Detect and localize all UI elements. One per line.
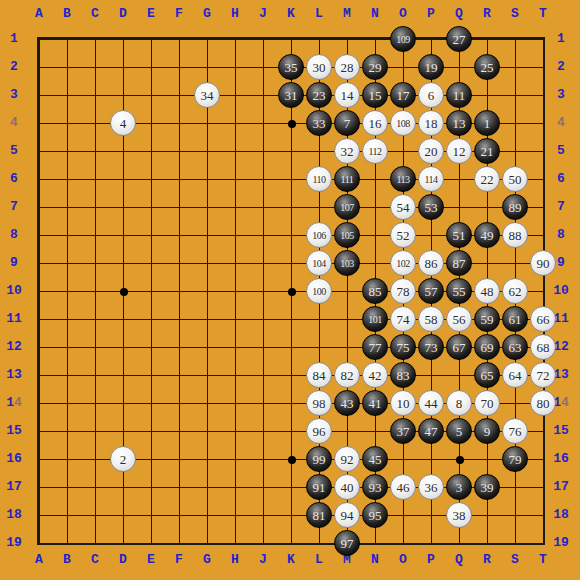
black-stone-11: 11 [446,82,472,108]
col-label-top-G: G [196,6,218,22]
white-stone-84: 84 [306,362,332,388]
white-stone-36: 36 [418,474,444,500]
col-label-bottom-Q: Q [448,552,470,568]
black-stone-25: 25 [474,54,500,80]
white-stone-90: 90 [530,250,556,276]
row-label-right-18: 18 [547,507,575,523]
col-label-bottom-R: R [476,552,498,568]
row-label-right-15: 15 [547,423,575,439]
col-label-top-C: C [84,6,106,22]
white-stone-30: 30 [306,54,332,80]
col-label-bottom-P: P [420,552,442,568]
row-label-right-7: 7 [547,199,575,215]
col-label-top-D: D [112,6,134,22]
row-label-left-1: 1 [2,31,26,47]
row-label-left-2: 2 [2,59,26,75]
row-label-left-10: 10 [2,283,26,299]
black-stone-21: 21 [474,138,500,164]
black-stone-13: 13 [446,110,472,136]
white-stone-112: 112 [362,138,388,164]
white-stone-88: 88 [502,222,528,248]
black-stone-29: 29 [362,54,388,80]
black-stone-33: 33 [306,110,332,136]
white-stone-86: 86 [418,250,444,276]
black-stone-87: 87 [446,250,472,276]
white-stone-54: 54 [390,194,416,220]
col-label-top-M: M [336,6,358,22]
white-stone-98: 98 [306,390,332,416]
row-label-right-4: 4 [547,115,575,131]
col-label-top-T: T [532,6,554,22]
col-label-bottom-C: C [84,552,106,568]
black-stone-111: 111 [334,166,360,192]
black-stone-41: 41 [362,390,388,416]
white-stone-106: 106 [306,222,332,248]
black-stone-47: 47 [418,418,444,444]
white-stone-96: 96 [306,418,332,444]
black-stone-89: 89 [502,194,528,220]
black-stone-23: 23 [306,82,332,108]
col-label-top-L: L [308,6,330,22]
black-stone-73: 73 [418,334,444,360]
col-label-top-N: N [364,6,386,22]
col-label-top-P: P [420,6,442,22]
black-stone-107: 107 [334,194,360,220]
row-label-left-17: 17 [2,479,26,495]
white-stone-4: 4 [110,110,136,136]
col-label-top-Q: Q [448,6,470,22]
black-stone-19: 19 [418,54,444,80]
col-label-top-J: J [252,6,274,22]
white-stone-48: 48 [474,278,500,304]
white-stone-40: 40 [334,474,360,500]
white-stone-38: 38 [446,502,472,528]
white-stone-46: 46 [390,474,416,500]
row-label-left-18: 18 [2,507,26,523]
black-stone-81: 81 [306,502,332,528]
row-label-left-7: 7 [2,199,26,215]
black-stone-109: 109 [390,26,416,52]
col-label-bottom-E: E [140,552,162,568]
hoshi-point [288,456,296,464]
row-label-right-6: 6 [547,171,575,187]
white-stone-64: 64 [502,362,528,388]
white-stone-6: 6 [418,82,444,108]
white-stone-76: 76 [502,418,528,444]
black-stone-105: 105 [334,222,360,248]
row-label-left-19: 19 [2,535,26,551]
black-stone-75: 75 [390,334,416,360]
black-stone-37: 37 [390,418,416,444]
white-stone-56: 56 [446,306,472,332]
col-label-bottom-A: A [28,552,50,568]
row-label-left-15: 15 [2,423,26,439]
black-stone-49: 49 [474,222,500,248]
black-stone-45: 45 [362,446,388,472]
white-stone-28: 28 [334,54,360,80]
row-label-left-8: 8 [2,227,26,243]
col-label-top-O: O [392,6,414,22]
white-stone-22: 22 [474,166,500,192]
black-stone-79: 79 [502,446,528,472]
col-label-top-K: K [280,6,302,22]
white-stone-50: 50 [502,166,528,192]
white-stone-114: 114 [418,166,444,192]
white-stone-70: 70 [474,390,500,416]
col-label-bottom-J: J [252,552,274,568]
col-label-bottom-L: L [308,552,330,568]
black-stone-97: 97 [334,530,360,556]
white-stone-42: 42 [362,362,388,388]
row-label-left-5: 5 [2,143,26,159]
black-stone-91: 91 [306,474,332,500]
black-stone-95: 95 [362,502,388,528]
black-stone-61: 61 [502,306,528,332]
go-board[interactable]: AABBCCDDEEFFGGHHJJKKLLMMNNOOPPQQRRSSTT11… [0,0,580,580]
black-stone-55: 55 [446,278,472,304]
col-label-bottom-O: O [392,552,414,568]
black-stone-31: 31 [278,82,304,108]
white-stone-10: 10 [390,390,416,416]
white-stone-34: 34 [194,82,220,108]
white-stone-78: 78 [390,278,416,304]
hoshi-point [288,288,296,296]
col-label-top-H: H [224,6,246,22]
col-label-bottom-D: D [112,552,134,568]
white-stone-12: 12 [446,138,472,164]
row-label-right-19: 19 [547,535,575,551]
col-label-top-A: A [28,6,50,22]
white-stone-14: 14 [334,82,360,108]
black-stone-7: 7 [334,110,360,136]
hoshi-point [120,288,128,296]
black-stone-51: 51 [446,222,472,248]
row-label-left-13: 13 [2,367,26,383]
col-label-top-R: R [476,6,498,22]
white-stone-52: 52 [390,222,416,248]
black-stone-35: 35 [278,54,304,80]
white-stone-82: 82 [334,362,360,388]
black-stone-65: 65 [474,362,500,388]
black-stone-77: 77 [362,334,388,360]
row-label-right-5: 5 [547,143,575,159]
black-stone-69: 69 [474,334,500,360]
black-stone-63: 63 [502,334,528,360]
row-label-left-6: 6 [2,171,26,187]
row-label-right-3: 3 [547,87,575,103]
row-label-left-9: 9 [2,255,26,271]
white-stone-20: 20 [418,138,444,164]
black-stone-113: 113 [390,166,416,192]
white-stone-94: 94 [334,502,360,528]
black-stone-3: 3 [446,474,472,500]
black-stone-39: 39 [474,474,500,500]
black-stone-17: 17 [390,82,416,108]
row-label-right-16: 16 [547,451,575,467]
col-label-top-B: B [56,6,78,22]
black-stone-43: 43 [334,390,360,416]
black-stone-57: 57 [418,278,444,304]
white-stone-8: 8 [446,390,472,416]
white-stone-100: 100 [306,278,332,304]
col-label-bottom-K: K [280,552,302,568]
row-label-left-16: 16 [2,451,26,467]
white-stone-80: 80 [530,390,556,416]
hoshi-point [288,120,296,128]
row-label-left-3: 3 [2,87,26,103]
black-stone-67: 67 [446,334,472,360]
col-label-bottom-B: B [56,552,78,568]
col-label-bottom-T: T [532,552,554,568]
white-stone-68: 68 [530,334,556,360]
row-label-right-10: 10 [547,283,575,299]
hoshi-point [456,456,464,464]
col-label-bottom-H: H [224,552,246,568]
black-stone-85: 85 [362,278,388,304]
white-stone-104: 104 [306,250,332,276]
black-stone-15: 15 [362,82,388,108]
col-label-bottom-G: G [196,552,218,568]
col-label-bottom-N: N [364,552,386,568]
black-stone-101: 101 [362,306,388,332]
black-stone-59: 59 [474,306,500,332]
col-label-top-S: S [504,6,526,22]
col-label-bottom-S: S [504,552,526,568]
black-stone-103: 103 [334,250,360,276]
white-stone-92: 92 [334,446,360,472]
row-label-left-11: 11 [2,311,26,327]
row-label-left-14: 14 [2,395,26,411]
black-stone-53: 53 [418,194,444,220]
col-label-top-E: E [140,6,162,22]
black-stone-83: 83 [390,362,416,388]
white-stone-110: 110 [306,166,332,192]
black-stone-9: 9 [474,418,500,444]
white-stone-58: 58 [418,306,444,332]
white-stone-44: 44 [418,390,444,416]
white-stone-102: 102 [390,250,416,276]
white-stone-32: 32 [334,138,360,164]
white-stone-62: 62 [502,278,528,304]
black-stone-1: 1 [474,110,500,136]
row-label-right-8: 8 [547,227,575,243]
white-stone-74: 74 [390,306,416,332]
row-label-left-12: 12 [2,339,26,355]
white-stone-108: 108 [390,110,416,136]
col-label-bottom-F: F [168,552,190,568]
row-label-left-4: 4 [2,115,26,131]
white-stone-16: 16 [362,110,388,136]
black-stone-99: 99 [306,446,332,472]
white-stone-66: 66 [530,306,556,332]
col-label-top-F: F [168,6,190,22]
row-label-right-1: 1 [547,31,575,47]
row-label-right-2: 2 [547,59,575,75]
black-stone-27: 27 [446,26,472,52]
white-stone-72: 72 [530,362,556,388]
white-stone-2: 2 [110,446,136,472]
black-stone-5: 5 [446,418,472,444]
black-stone-93: 93 [362,474,388,500]
white-stone-18: 18 [418,110,444,136]
row-label-right-17: 17 [547,479,575,495]
